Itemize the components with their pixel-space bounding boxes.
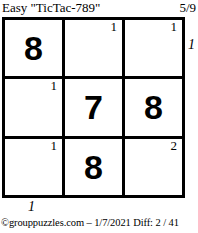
- puzzle-title: Easy "TicTac-789": [2, 0, 100, 16]
- cell-value: 8: [84, 150, 103, 184]
- cell-value: 8: [24, 31, 43, 65]
- footer-credit: ©grouppuzzles.com – 1/7/2021 Diff: 2 / 4…: [1, 217, 179, 228]
- puzzle-page: Easy "TicTac-789" 5/9 811178182 1 1 ©gro…: [0, 0, 198, 233]
- cell-corner-clue: 1: [51, 139, 58, 153]
- cell-value: 8: [144, 90, 163, 124]
- tictac-grid: 811178182: [2, 17, 185, 198]
- cell-corner-clue: 1: [51, 79, 58, 93]
- cell-r1c1[interactable]: 8: [5, 20, 62, 76]
- cell-r3c2[interactable]: 8: [65, 139, 122, 195]
- col-clue-bottom-1: 1: [28, 199, 35, 215]
- cell-corner-clue: 1: [171, 20, 178, 34]
- row-clue-right-1: 1: [188, 37, 195, 53]
- cell-r2c3[interactable]: 8: [125, 79, 182, 135]
- cell-corner-clue: 1: [111, 20, 118, 34]
- cell-r3c3[interactable]: 2: [125, 139, 182, 195]
- cell-corner-clue: 2: [171, 139, 178, 153]
- cell-r3c1[interactable]: 1: [5, 139, 62, 195]
- cell-r1c3[interactable]: 1: [125, 20, 182, 76]
- cell-r2c1[interactable]: 1: [5, 79, 62, 135]
- cell-r2c2[interactable]: 7: [65, 79, 122, 135]
- puzzle-counter: 5/9: [179, 0, 196, 16]
- cell-r1c2[interactable]: 1: [65, 20, 122, 76]
- cell-value: 7: [84, 90, 103, 124]
